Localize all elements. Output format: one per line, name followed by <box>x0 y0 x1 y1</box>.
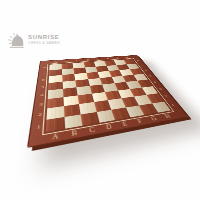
coordinate-label: 8 <box>40 65 49 71</box>
coordinate-label: C <box>82 124 101 137</box>
playing-field <box>46 59 171 132</box>
coordinate-label: A <box>45 130 65 145</box>
coordinate-label: E <box>115 118 134 130</box>
product-photo-background: SUNRISE CHESS & GAMES ABCDEFGH ABCDEFGH … <box>0 0 200 200</box>
square-b6 <box>62 74 75 82</box>
brand-name: SUNRISE <box>28 34 83 41</box>
coordinate-label: 4 <box>36 90 47 100</box>
square-h6 <box>129 68 143 74</box>
square-a1 <box>46 117 65 132</box>
brand-tagline: CHESS & GAMES <box>28 41 60 44</box>
coordinate-label: 2 <box>33 109 46 122</box>
coordinate-label: 6 <box>38 76 48 84</box>
coordinate-label: D <box>99 121 118 134</box>
coordinate-label: F <box>130 116 149 128</box>
coordinate-label: B <box>65 127 84 141</box>
coordinate-label: 1 <box>31 120 45 135</box>
sunrise-knight-icon <box>7 31 26 50</box>
coordinate-label: 7 <box>39 70 48 77</box>
coordinate-label: H <box>158 111 177 122</box>
coordinate-label: G <box>145 113 164 124</box>
square-a6 <box>49 75 63 83</box>
brand-text-block: SUNRISE CHESS & GAMES <box>28 34 83 47</box>
coordinate-label: 3 <box>35 99 47 110</box>
square-b1 <box>64 114 82 129</box>
chessboard: ABCDEFGH ABCDEFGH 87654321 87654321 <box>27 55 188 148</box>
brand-logo: SUNRISE CHESS & GAMES <box>7 31 83 50</box>
coordinate-label: 5 <box>37 83 47 92</box>
